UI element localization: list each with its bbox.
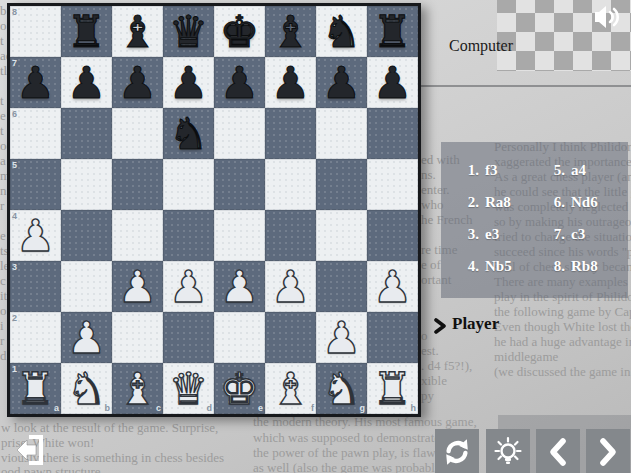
square-b7[interactable]: ♟ <box>61 57 112 108</box>
square-e4[interactable] <box>214 210 265 261</box>
square-e5[interactable] <box>214 159 265 210</box>
piece-white-pawn[interactable]: ♟ <box>322 316 361 360</box>
square-a4[interactable]: 4♟ <box>10 210 61 261</box>
rank-label-3: 3 <box>12 262 17 272</box>
move-number: 2. <box>441 194 479 211</box>
piece-white-pawn[interactable]: ♟ <box>118 265 157 309</box>
square-g4[interactable] <box>316 210 367 261</box>
piece-white-pawn[interactable]: ♟ <box>169 265 208 309</box>
book-text-fragment: r <box>0 333 4 348</box>
chevron-right-black-icon <box>433 318 447 334</box>
square-d4[interactable] <box>163 210 214 261</box>
piece-black-bishop[interactable]: ♝ <box>118 10 157 54</box>
book-text-fragment: t <box>0 93 4 108</box>
move-number: 8. <box>527 258 565 275</box>
square-b1[interactable]: b♞ <box>61 363 112 414</box>
chevron-right-icon <box>594 437 622 467</box>
piece-white-rook[interactable]: ♜ <box>373 367 412 411</box>
piece-white-pawn[interactable]: ♟ <box>271 265 310 309</box>
rank-label-7: 7 <box>12 58 17 68</box>
restart-button[interactable] <box>435 429 479 473</box>
square-b2[interactable]: ♟ <box>61 312 112 363</box>
move-row: 1. f3 5. a4 <box>441 154 628 186</box>
square-f2[interactable] <box>265 312 316 363</box>
square-a2[interactable]: 2 <box>10 312 61 363</box>
rank-label-5: 5 <box>12 160 17 170</box>
square-c7[interactable]: ♟ <box>112 57 163 108</box>
square-h3[interactable]: ♟ <box>367 261 418 312</box>
square-h2[interactable] <box>367 312 418 363</box>
move-number: 4. <box>441 258 479 275</box>
square-f4[interactable] <box>265 210 316 261</box>
move-entry[interactable]: e3 <box>479 226 527 243</box>
piece-white-pawn[interactable]: ♟ <box>373 265 412 309</box>
move-number: 6. <box>527 194 565 211</box>
piece-white-pawn[interactable]: ♟ <box>220 265 259 309</box>
move-row: 4. Nb5 8. Rb8 <box>441 250 628 282</box>
book-text-fragment: xible <box>421 373 447 388</box>
square-c6[interactable] <box>112 108 163 159</box>
next-move-button[interactable] <box>586 429 630 473</box>
square-a5[interactable]: 5 <box>10 159 61 210</box>
piece-black-pawn[interactable]: ♟ <box>373 61 412 105</box>
player-label: Player <box>452 314 499 334</box>
file-label-a: a <box>54 403 59 413</box>
piece-black-pawn[interactable]: ♟ <box>67 61 106 105</box>
move-list-panel: 1. f3 5. a4 2. Ra8 6. Nd6 3. e3 7. c3 4.… <box>441 142 628 298</box>
rank-label-6: 6 <box>12 109 17 119</box>
square-g5[interactable] <box>316 159 367 210</box>
previous-move-button[interactable] <box>536 429 580 473</box>
square-e2[interactable] <box>214 312 265 363</box>
piece-white-pawn[interactable]: ♟ <box>67 316 106 360</box>
piece-black-knight[interactable]: ♞ <box>322 10 361 54</box>
move-number: 5. <box>527 162 565 179</box>
book-text-fragment: n <box>0 183 7 198</box>
book-text-fragment: r <box>0 198 4 213</box>
square-c1[interactable]: c♝ <box>112 363 163 414</box>
square-d1[interactable]: d♛ <box>163 363 214 414</box>
square-g1[interactable]: g♞ <box>316 363 367 414</box>
square-c8[interactable]: ♝ <box>112 6 163 57</box>
book-text-fragment: py <box>421 388 434 403</box>
file-label-c: c <box>156 403 161 413</box>
book-text-fragment: which was supposed to demonstrate <box>253 430 440 445</box>
book-text-fragment: e of <box>421 257 441 272</box>
book-text-fragment: the power of the pawn play, is flawed <box>253 445 448 460</box>
turn-indicator <box>433 318 447 338</box>
file-label-e: e <box>258 403 263 413</box>
piece-white-knight[interactable]: ♞ <box>322 367 361 411</box>
book-text-fragment: e <box>0 228 6 243</box>
square-g2[interactable]: ♟ <box>316 312 367 363</box>
speaker-icon <box>593 4 623 30</box>
square-f8[interactable]: ♝ <box>265 6 316 57</box>
book-text-fragment: a <box>0 153 6 168</box>
book-text-fragment: he had a huge advantage in th <box>494 334 631 349</box>
square-d7[interactable]: ♟ <box>163 57 214 108</box>
rank-label-2: 2 <box>12 313 17 323</box>
book-text-fragment: t <box>0 33 4 48</box>
hint-button[interactable] <box>486 429 530 473</box>
piece-white-bishop[interactable]: ♝ <box>118 367 157 411</box>
book-text-fragment: o <box>0 18 7 33</box>
book-text-fragment: o <box>421 328 428 343</box>
square-d3[interactable]: ♟ <box>163 261 214 312</box>
book-text-fragment: o <box>0 303 7 318</box>
square-f6[interactable] <box>265 108 316 159</box>
piece-black-pawn[interactable]: ♟ <box>220 61 259 105</box>
piece-black-pawn[interactable]: ♟ <box>16 61 55 105</box>
square-c3[interactable]: ♟ <box>112 261 163 312</box>
piece-black-bishop[interactable]: ♝ <box>271 10 310 54</box>
piece-black-knight[interactable]: ♞ <box>169 112 208 156</box>
move-row: 3. e3 7. c3 <box>441 218 628 250</box>
piece-black-pawn[interactable]: ♟ <box>169 61 208 105</box>
app-window: Personally I think Philidor dexaggerated… <box>0 0 631 473</box>
header-divider <box>400 85 631 87</box>
file-label-h: h <box>411 403 417 413</box>
piece-black-pawn[interactable]: ♟ <box>118 61 157 105</box>
exit-button[interactable] <box>15 431 45 473</box>
book-text-fragment: b <box>0 3 7 18</box>
square-h6[interactable] <box>367 108 418 159</box>
move-number: 3. <box>441 226 479 243</box>
book-text-fragment: ns. <box>421 167 436 182</box>
square-e7[interactable]: ♟ <box>214 57 265 108</box>
book-text-fragment: . d4 f5?!), <box>421 358 472 373</box>
square-g7[interactable]: ♟ <box>316 57 367 108</box>
piece-white-queen[interactable]: ♛ <box>169 367 208 411</box>
square-b5[interactable] <box>61 159 112 210</box>
square-b3[interactable] <box>61 261 112 312</box>
square-g3[interactable] <box>316 261 367 312</box>
square-d2[interactable] <box>163 312 214 363</box>
chevron-left-icon <box>544 437 572 467</box>
rank-label-1: 1 <box>12 364 17 374</box>
square-a8[interactable]: 8 <box>10 6 61 57</box>
move-entry[interactable]: Ra8 <box>479 194 527 211</box>
piece-black-rook[interactable]: ♜ <box>67 10 106 54</box>
square-c5[interactable] <box>112 159 163 210</box>
piece-white-pawn[interactable]: ♟ <box>16 214 55 258</box>
square-e1[interactable]: e♚ <box>214 363 265 414</box>
book-text-fragment: c <box>0 273 6 288</box>
move-entry[interactable]: Nb5 <box>479 258 527 275</box>
lightbulb-icon <box>492 436 524 468</box>
square-f7[interactable]: ♟ <box>265 57 316 108</box>
file-label-d: d <box>207 403 213 413</box>
square-g6[interactable] <box>316 108 367 159</box>
book-text-fragment: Even though White lost the ga <box>494 319 631 334</box>
rank-label-8: 8 <box>12 7 17 17</box>
piece-white-knight[interactable]: ♞ <box>67 367 106 411</box>
piece-black-rook[interactable]: ♜ <box>373 10 412 54</box>
square-b4[interactable] <box>61 210 112 261</box>
book-text-fragment: the following game by Capabl <box>494 304 631 319</box>
computer-label: Computer <box>449 37 513 55</box>
square-a6[interactable]: 6 <box>10 108 61 159</box>
square-h5[interactable] <box>367 159 418 210</box>
rank-label-4: 4 <box>12 211 17 221</box>
square-e6[interactable] <box>214 108 265 159</box>
move-number: 7. <box>527 226 565 243</box>
piece-black-pawn[interactable]: ♟ <box>271 61 310 105</box>
square-g8[interactable]: ♞ <box>316 6 367 57</box>
book-text-fragment: est. <box>421 343 439 358</box>
move-number: 1. <box>441 162 479 179</box>
piece-black-pawn[interactable]: ♟ <box>322 61 361 105</box>
square-b6[interactable] <box>61 108 112 159</box>
move-entry[interactable]: f3 <box>479 162 527 179</box>
book-text-fragment: middlegame <box>494 349 558 364</box>
square-c4[interactable] <box>112 210 163 261</box>
move-entry[interactable]: Nd6 <box>565 194 628 211</box>
book-text-fragment: i <box>0 318 4 333</box>
piece-white-rook[interactable]: ♜ <box>16 367 55 411</box>
book-text-fragment: (we discussed the game in the <box>494 364 631 379</box>
piece-white-bishop[interactable]: ♝ <box>271 367 310 411</box>
book-text-fragment: d <box>0 348 7 363</box>
piece-white-king[interactable]: ♚ <box>220 367 259 411</box>
square-a7[interactable]: 7♟ <box>10 57 61 108</box>
file-label-f: f <box>311 403 314 413</box>
square-b8[interactable]: ♜ <box>61 6 112 57</box>
square-h4[interactable] <box>367 210 418 261</box>
square-e8[interactable]: ♚ <box>214 6 265 57</box>
exit-left-arrow-icon <box>15 431 45 469</box>
file-label-b: b <box>105 403 111 413</box>
move-entry[interactable]: c3 <box>565 226 628 243</box>
square-h7[interactable]: ♟ <box>367 57 418 108</box>
move-entry[interactable]: a4 <box>565 162 628 179</box>
piece-black-king[interactable]: ♚ <box>220 10 259 54</box>
square-f5[interactable] <box>265 159 316 210</box>
square-f3[interactable]: ♟ <box>265 261 316 312</box>
chess-board[interactable]: 8♜♝♛♚♝♞♜7♟♟♟♟♟♟♟♟6♞54♟3♟♟♟♟♟2♟♟1a♜b♞c♝d♛… <box>7 3 421 417</box>
move-entry[interactable]: Rb8 <box>565 258 628 275</box>
piece-black-queen[interactable]: ♛ <box>169 10 208 54</box>
restart-circular-arrows-icon <box>442 437 472 467</box>
square-h1[interactable]: h♜ <box>367 363 418 414</box>
file-label-g: g <box>360 403 366 413</box>
square-a3[interactable]: 3 <box>10 261 61 312</box>
book-text-fragment: e <box>0 108 6 123</box>
square-e3[interactable]: ♟ <box>214 261 265 312</box>
sound-button[interactable] <box>593 4 623 34</box>
square-c2[interactable] <box>112 312 163 363</box>
square-d5[interactable] <box>163 159 214 210</box>
square-f1[interactable]: f♝ <box>265 363 316 414</box>
square-h8[interactable]: ♜ <box>367 6 418 57</box>
book-text-fragment: as well (also the game was probably <box>253 460 441 473</box>
square-d6[interactable]: ♞ <box>163 108 214 159</box>
square-a1[interactable]: 1a♜ <box>10 363 61 414</box>
square-d8[interactable]: ♛ <box>163 6 214 57</box>
move-row: 2. Ra8 6. Nd6 <box>441 186 628 218</box>
book-text-fragment: t <box>0 123 4 138</box>
